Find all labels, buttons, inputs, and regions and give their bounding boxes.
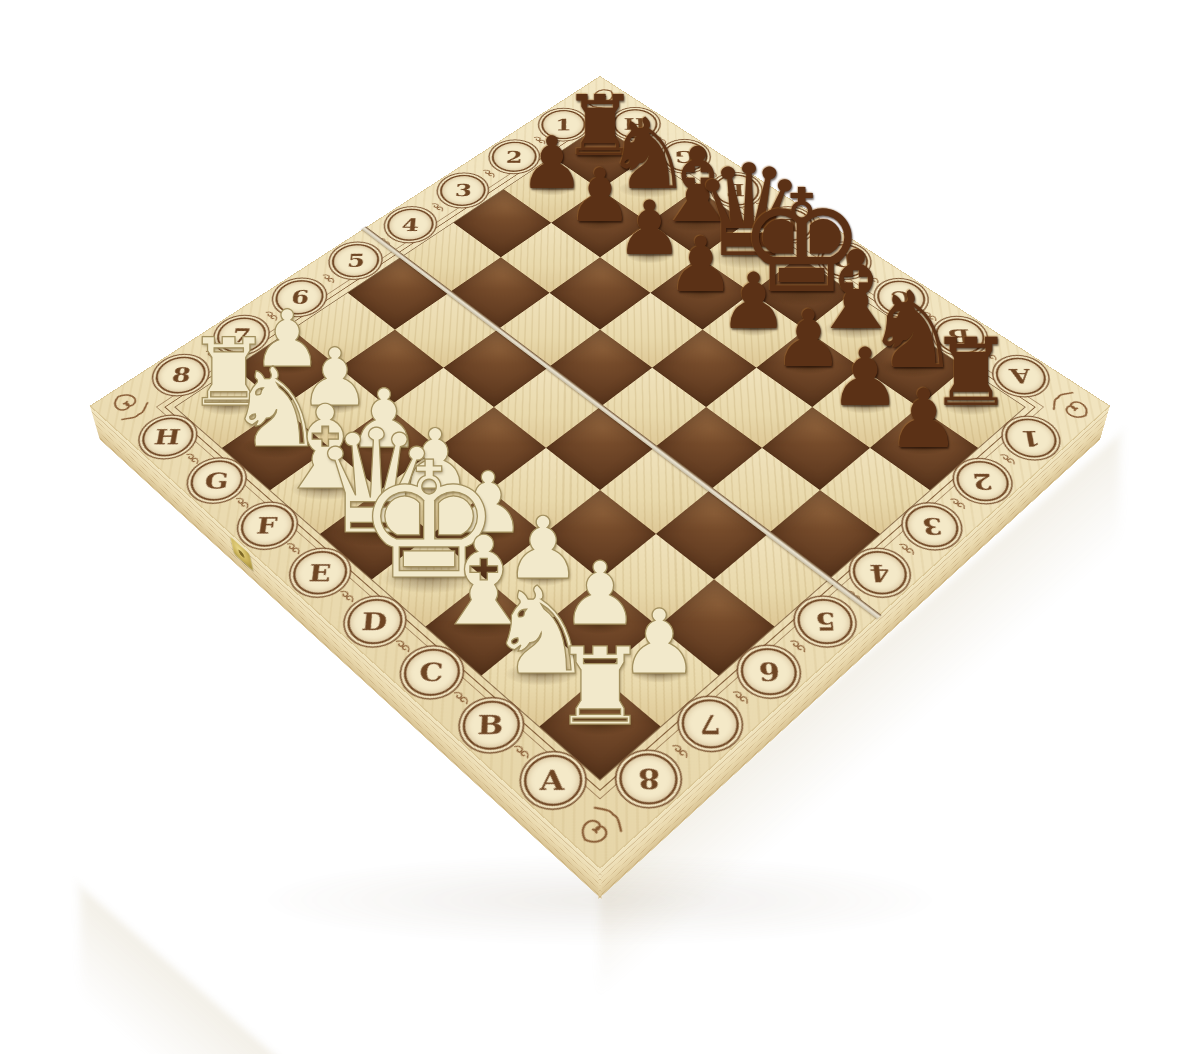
coordinate-glyph: 6 (758, 659, 781, 684)
coordinate-glyph: 4 (868, 561, 891, 584)
scroll-flourish-icon (449, 688, 473, 708)
square[interactable] (768, 490, 880, 579)
coordinate-glyph: F (256, 514, 279, 537)
light-rook[interactable]: ♜ (552, 634, 648, 741)
coordinate-glyph: 3 (921, 515, 944, 538)
scroll-flourish-icon (728, 687, 752, 707)
scroll-flourish-icon (318, 271, 338, 285)
coordinate-glyph: C (419, 659, 445, 684)
scroll-flourish-icon (336, 587, 358, 606)
coordinate-glyph: 3 (454, 182, 472, 199)
coordinate-glyph: B (477, 712, 504, 738)
scroll-flourish-icon (392, 637, 415, 657)
square[interactable] (546, 407, 654, 490)
chess-set-photo: 12345678 HGFEDCBA HGFEDCBA 12345678 ♜♞♝♛… (0, 0, 1200, 1054)
scroll-flourish-icon (283, 540, 305, 558)
coordinate-glyph: 2 (971, 470, 994, 492)
square[interactable] (654, 407, 762, 490)
coordinate-glyph: 4 (401, 216, 420, 233)
square[interactable] (714, 534, 828, 627)
scroll-flourish-icon (785, 636, 809, 656)
square[interactable] (600, 448, 710, 534)
coordinate-glyph: 5 (346, 251, 366, 269)
dark-pawn[interactable]: ♟ (887, 378, 960, 459)
scroll-flourish-icon (509, 741, 533, 762)
scroll-flourish-icon (231, 494, 252, 511)
scroll-flourish-icon (427, 201, 446, 214)
scroll-flourish-icon (894, 540, 917, 558)
scroll-flourish-icon (182, 450, 203, 467)
scroll-flourish-icon (479, 167, 498, 180)
coordinate-glyph: 5 (814, 609, 837, 633)
square[interactable] (710, 448, 820, 534)
scroll-flourish-icon (996, 451, 1018, 468)
coordinate-glyph: A (540, 766, 565, 794)
scroll-flourish-icon (946, 495, 969, 512)
coordinate-glyph: H (153, 427, 183, 448)
coordinate-glyph: 7 (699, 711, 722, 737)
coordinate-glyph: 8 (638, 765, 660, 793)
square[interactable] (656, 490, 768, 579)
scroll-flourish-icon (667, 740, 692, 761)
coordinate-glyph: 1 (1019, 428, 1042, 449)
coordinate-glyph: G (203, 470, 230, 492)
